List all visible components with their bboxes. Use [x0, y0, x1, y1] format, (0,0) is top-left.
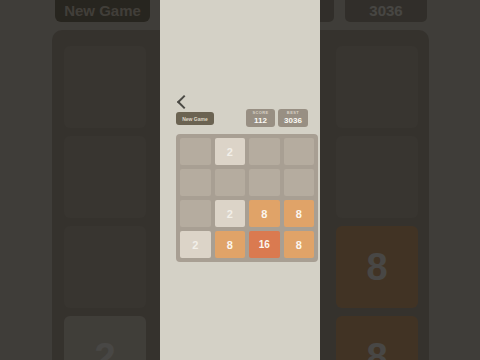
best-value: 3036 [284, 116, 302, 125]
tile-8: 8 [249, 200, 280, 227]
tile-2: 2 [215, 200, 246, 227]
tile-2: 2 [180, 231, 211, 258]
game-app-screen: New Game SCORE 112 BEST 3036 228828168 [160, 0, 320, 360]
new-game-button[interactable]: New Game [176, 112, 214, 125]
video-frame: New Game 112 3036 2 8 8 New Game SCORE 1… [0, 0, 480, 360]
tile-8: 8 [284, 200, 315, 227]
empty-cell [284, 169, 315, 196]
tile-16: 16 [249, 231, 280, 258]
empty-cell [180, 169, 211, 196]
tile-8: 8 [284, 231, 315, 258]
best-box: BEST 3036 [278, 109, 308, 127]
empty-cell [215, 169, 246, 196]
empty-cell [180, 138, 211, 165]
board[interactable]: 228828168 [176, 134, 318, 262]
score-box: SCORE 112 [246, 109, 275, 127]
tile-8: 8 [215, 231, 246, 258]
score-value: 112 [254, 116, 267, 125]
back-button[interactable] [176, 95, 192, 111]
tile-2: 2 [215, 138, 246, 165]
empty-cell [249, 169, 280, 196]
empty-cell [284, 138, 315, 165]
chevron-left-icon [177, 95, 191, 109]
empty-cell [180, 200, 211, 227]
empty-cell [249, 138, 280, 165]
